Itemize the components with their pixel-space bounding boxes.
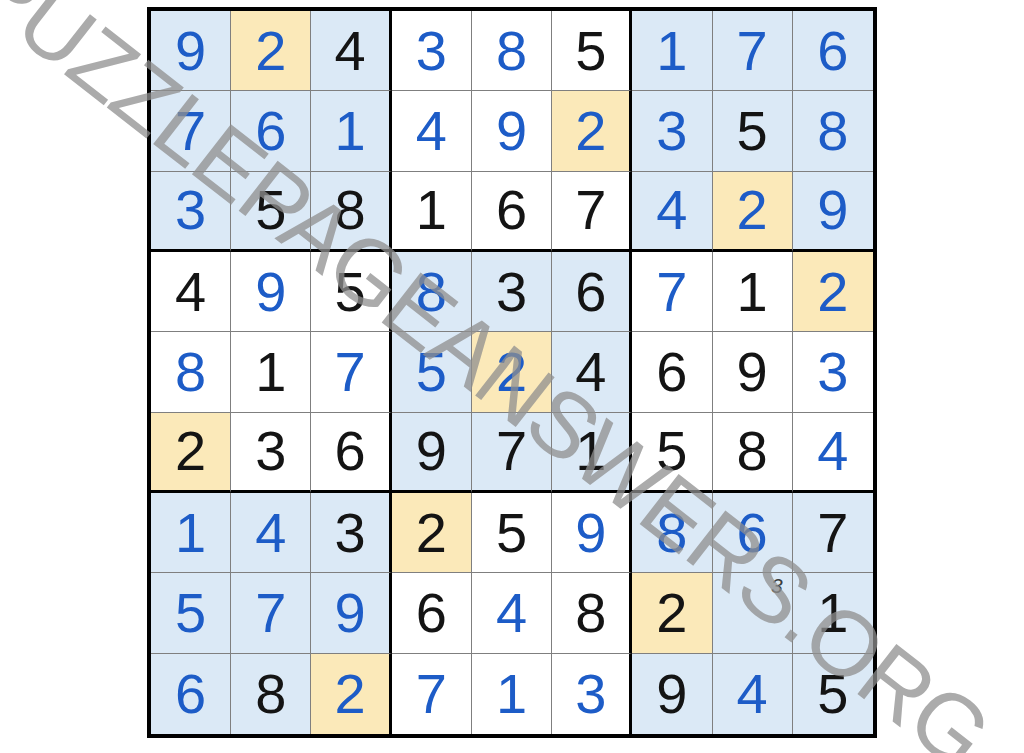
cell-digit: 8	[334, 182, 365, 238]
cell-digit: 4	[575, 344, 606, 400]
sudoku-cell: 8	[713, 413, 793, 493]
sudoku-cell: 7	[151, 91, 231, 171]
cell-digit: 9	[656, 666, 687, 722]
cell-digit: 6	[737, 505, 768, 561]
sudoku-cell: 3	[392, 11, 472, 91]
sudoku-cell: 3	[151, 172, 231, 252]
sudoku-cell: 6	[311, 413, 391, 493]
cell-digit: 9	[737, 344, 768, 400]
cell-digit: 4	[255, 505, 286, 561]
sudoku-cell: 4	[392, 91, 472, 171]
cell-digit: 4	[737, 666, 768, 722]
sudoku-cell: 7	[311, 332, 391, 412]
sudoku-cell: 5	[472, 493, 552, 573]
cell-digit: 2	[496, 344, 527, 400]
sudoku-cell: 4	[552, 332, 632, 412]
sudoku-cell: 3	[472, 252, 552, 332]
cell-digit: 3	[496, 264, 527, 320]
sudoku-cell: 7	[231, 573, 311, 653]
cell-digit: 2	[656, 585, 687, 641]
sudoku-cell: 2	[632, 573, 712, 653]
sudoku-cell: 1	[231, 332, 311, 412]
cell-digit: 5	[656, 423, 687, 479]
sudoku-cell: 8	[552, 573, 632, 653]
cell-digit: 1	[817, 585, 848, 641]
sudoku-cell: 8	[632, 493, 712, 573]
sudoku-cell: 7	[793, 493, 873, 573]
cell-digit: 1	[255, 344, 286, 400]
sudoku-cell: 9	[392, 413, 472, 493]
cell-digit: 3	[255, 423, 286, 479]
sudoku-board: 9243851767614923583581674294958367128175…	[147, 7, 877, 738]
sudoku-cell: 2	[311, 654, 391, 734]
cell-digit: 1	[737, 264, 768, 320]
cell-digit: 5	[737, 103, 768, 159]
cell-digit: 7	[496, 423, 527, 479]
cell-digit: 8	[255, 666, 286, 722]
cell-digit: 5	[334, 264, 365, 320]
sudoku-cell: 3	[552, 654, 632, 734]
cell-digit: 9	[416, 423, 447, 479]
cell-digit: 1	[334, 103, 365, 159]
sudoku-cell: 5	[392, 332, 472, 412]
sudoku-cell: 9	[231, 252, 311, 332]
sudoku-cell: 8	[151, 332, 231, 412]
sudoku-cell: 6	[552, 252, 632, 332]
cell-digit: 3	[656, 103, 687, 159]
sudoku-cell: 9	[472, 91, 552, 171]
cell-digit: 3	[334, 505, 365, 561]
sudoku-cell: 8	[472, 11, 552, 91]
cell-digit: 6	[255, 103, 286, 159]
cell-digit: 8	[817, 103, 848, 159]
sudoku-cell: 1	[311, 91, 391, 171]
sudoku-cell: 7	[392, 654, 472, 734]
cell-digit: 9	[334, 585, 365, 641]
cell-digit: 2	[175, 423, 206, 479]
cell-digit: 2	[737, 182, 768, 238]
sudoku-cell: 9	[151, 11, 231, 91]
sudoku-cell: 9	[552, 493, 632, 573]
sudoku-cell: 5	[552, 11, 632, 91]
sudoku-cell: 1	[793, 573, 873, 653]
sudoku-cell: 4	[713, 654, 793, 734]
sudoku-cell: 2	[151, 413, 231, 493]
cell-digit: 7	[656, 264, 687, 320]
cell-digit: 8	[496, 23, 527, 79]
cell-digit: 5	[175, 585, 206, 641]
sudoku-cell: 2	[793, 252, 873, 332]
sudoku-cell: 1	[632, 11, 712, 91]
sudoku-cell: 6	[713, 493, 793, 573]
sudoku-cell: 4	[632, 172, 712, 252]
cell-digit: 6	[175, 666, 206, 722]
cell-digit: 6	[656, 344, 687, 400]
cell-digit: 3	[817, 344, 848, 400]
cell-digit: 6	[416, 585, 447, 641]
cell-digit: 9	[255, 264, 286, 320]
cell-digit: 8	[175, 344, 206, 400]
cell-digit: 4	[175, 264, 206, 320]
sudoku-cell: 9	[311, 573, 391, 653]
sudoku-cell: 1	[552, 413, 632, 493]
cell-digit: 4	[416, 103, 447, 159]
cell-digit: 5	[255, 182, 286, 238]
cell-digit: 2	[575, 103, 606, 159]
cell-digit: 1	[496, 666, 527, 722]
sudoku-cell: 3	[713, 573, 793, 653]
sudoku-cell: 1	[713, 252, 793, 332]
sudoku-cell: 1	[151, 493, 231, 573]
cell-digit: 2	[255, 23, 286, 79]
cell-digit: 6	[575, 264, 606, 320]
sudoku-cell: 9	[713, 332, 793, 412]
cell-digit: 5	[575, 23, 606, 79]
cell-digit: 7	[416, 666, 447, 722]
cell-digit: 9	[817, 182, 848, 238]
sudoku-cell: 1	[392, 172, 472, 252]
sudoku-cell: 9	[793, 172, 873, 252]
cell-digit: 8	[737, 423, 768, 479]
cell-digit: 4	[817, 423, 848, 479]
cell-digit: 6	[817, 23, 848, 79]
cell-digit: 7	[817, 505, 848, 561]
sudoku-cell: 8	[231, 654, 311, 734]
cell-digit: 9	[175, 23, 206, 79]
cell-digit: 6	[496, 182, 527, 238]
cell-digit: 4	[334, 23, 365, 79]
sudoku-cell: 5	[231, 172, 311, 252]
cell-digit: 6	[334, 423, 365, 479]
sudoku-cell: 9	[632, 654, 712, 734]
cell-digit: 1	[416, 182, 447, 238]
sudoku-cell: 4	[231, 493, 311, 573]
sudoku-cell: 4	[472, 573, 552, 653]
sudoku-cell: 3	[231, 413, 311, 493]
sudoku-cell: 6	[151, 654, 231, 734]
sudoku-cell: 2	[472, 332, 552, 412]
sudoku-cell: 7	[632, 252, 712, 332]
cell-digit: 2	[416, 505, 447, 561]
cell-digit: 2	[334, 666, 365, 722]
cell-digit: 7	[334, 344, 365, 400]
sudoku-cell: 6	[793, 11, 873, 91]
sudoku-cell: 8	[311, 172, 391, 252]
cell-digit: 3	[175, 182, 206, 238]
cell-digit: 1	[175, 505, 206, 561]
sudoku-cell: 6	[392, 573, 472, 653]
cell-digit: 8	[575, 585, 606, 641]
cell-digit: 3	[575, 666, 606, 722]
cell-digit: 1	[656, 23, 687, 79]
cell-digit: 7	[575, 182, 606, 238]
cell-digit: 5	[817, 666, 848, 722]
sudoku-cell: 5	[713, 91, 793, 171]
sudoku-cell: 4	[151, 252, 231, 332]
cell-digit: 9	[496, 103, 527, 159]
sudoku-cell: 4	[311, 11, 391, 91]
sudoku-cell: 7	[552, 172, 632, 252]
sudoku-cell: 2	[392, 493, 472, 573]
sudoku-cell: 3	[311, 493, 391, 573]
sudoku-cell: 6	[231, 91, 311, 171]
cell-digit: 4	[656, 182, 687, 238]
sudoku-cell: 4	[793, 413, 873, 493]
sudoku-cell: 5	[151, 573, 231, 653]
page-background: 9243851767614923583581674294958367128175…	[0, 0, 1024, 753]
sudoku-cell: 8	[793, 91, 873, 171]
sudoku-cell: 5	[793, 654, 873, 734]
cell-digit: 1	[575, 423, 606, 479]
cell-digit: 7	[175, 103, 206, 159]
cell-digit: 2	[817, 264, 848, 320]
sudoku-cell: 6	[632, 332, 712, 412]
sudoku-cell: 5	[632, 413, 712, 493]
cell-digit: 5	[416, 344, 447, 400]
sudoku-cell: 1	[472, 654, 552, 734]
sudoku-cell: 8	[392, 252, 472, 332]
sudoku-cell: 2	[552, 91, 632, 171]
sudoku-cell: 3	[793, 332, 873, 412]
cell-digit: 4	[496, 585, 527, 641]
sudoku-cell: 2	[231, 11, 311, 91]
sudoku-cell: 7	[472, 413, 552, 493]
cell-digit: 7	[255, 585, 286, 641]
sudoku-cell: 6	[472, 172, 552, 252]
sudoku-cell: 3	[632, 91, 712, 171]
cell-digit: 3	[416, 23, 447, 79]
cell-digit: 7	[737, 23, 768, 79]
sudoku-cell: 2	[713, 172, 793, 252]
cell-digit: 5	[496, 505, 527, 561]
sudoku-cell: 7	[713, 11, 793, 91]
pencil-mark: 3	[771, 575, 783, 596]
cell-digit: 9	[575, 505, 606, 561]
cell-digit: 8	[416, 264, 447, 320]
cell-digit: 8	[656, 505, 687, 561]
sudoku-cell: 5	[311, 252, 391, 332]
